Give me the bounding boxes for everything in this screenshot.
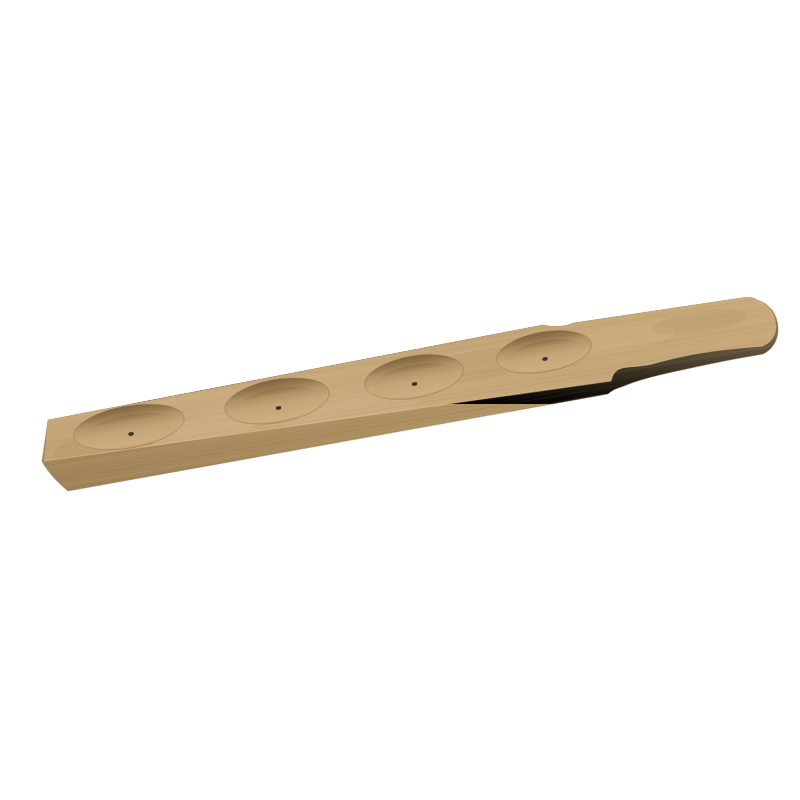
product-photo-canvas: Wooden flight serving paddle with handle… <box>0 0 800 800</box>
wooden-flight-paddle-image: Wooden flight serving paddle with handle… <box>0 0 800 800</box>
